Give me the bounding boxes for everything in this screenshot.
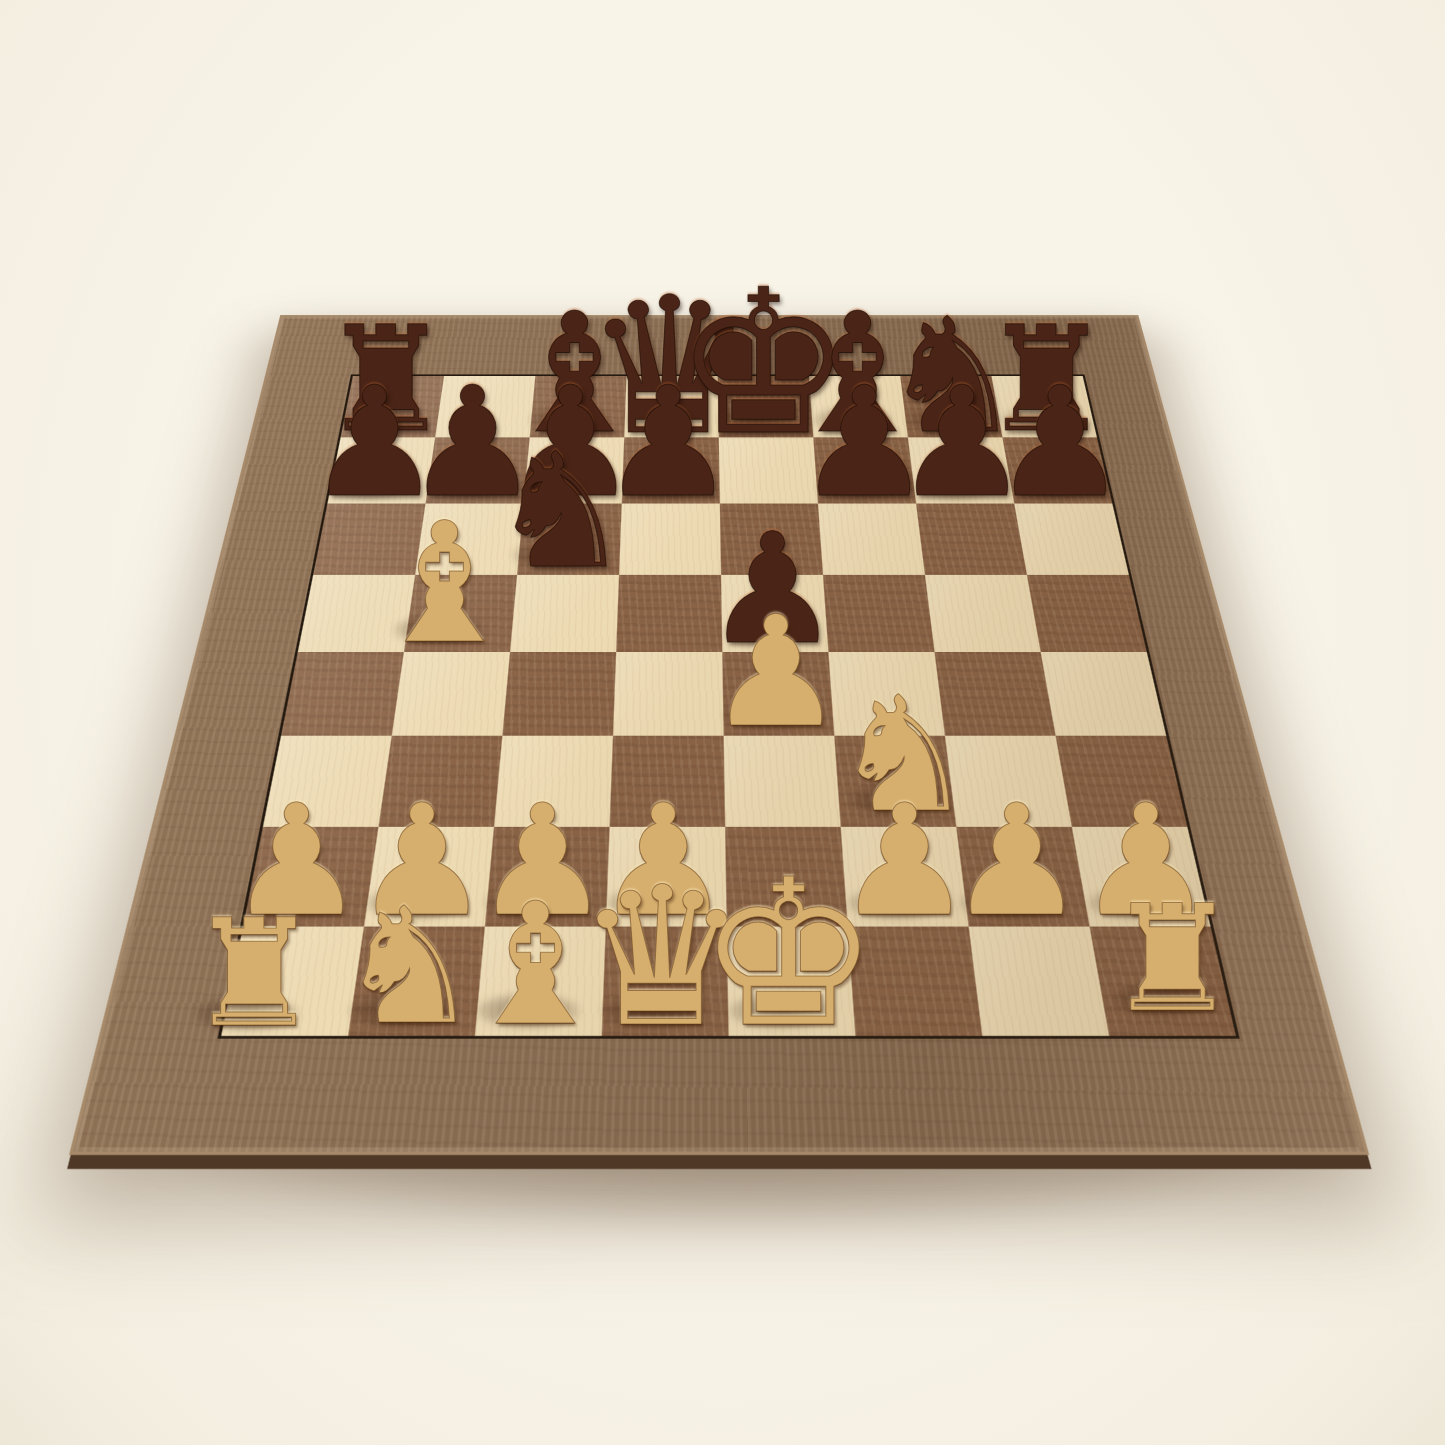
square-h5[interactable] [1027,575,1147,652]
chess-photo-scene: ♜♝♛♚♝♞♜♟♟♟♟♟♟♟♞♟♝♟♞♟♟♟♟♟♟♟♜♞♝♛♚♜ [0,0,1445,1445]
piece-white-rook-a1[interactable]: ♜ [180,900,328,1048]
piece-white-rook-h1[interactable]: ♜ [1098,886,1245,1033]
square-g5[interactable] [925,575,1041,652]
square-h4[interactable] [1041,652,1167,736]
piece-white-king-e1[interactable]: ♚ [687,853,889,1055]
piece-white-bishop-b5[interactable]: ♝ [361,501,527,667]
piece-black-pawn-h7[interactable]: ♟ [984,367,1136,519]
